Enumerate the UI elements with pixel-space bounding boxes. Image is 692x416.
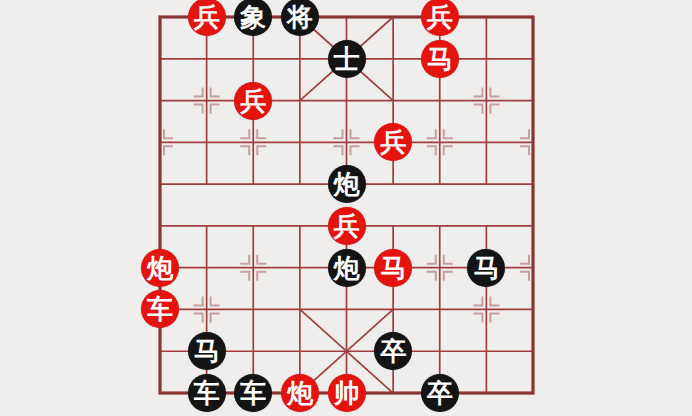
- piece-black-soldier[interactable]: 卒: [374, 332, 412, 370]
- piece-black-cannon[interactable]: 炮: [328, 165, 366, 203]
- piece-red-soldier[interactable]: 兵: [188, 0, 226, 36]
- piece-black-general[interactable]: 将: [281, 0, 319, 36]
- piece-red-chariot[interactable]: 车: [141, 290, 179, 328]
- piece-red-soldier[interactable]: 兵: [234, 82, 272, 120]
- piece-red-cannon[interactable]: 炮: [141, 249, 179, 287]
- piece-black-horse[interactable]: 马: [188, 332, 226, 370]
- piece-red-horse[interactable]: 马: [374, 249, 412, 287]
- xiangqi-board[interactable]: 兵兵象将士马兵兵炮兵炮炮马马车马卒车车炮帅卒: [0, 0, 692, 416]
- piece-black-horse[interactable]: 马: [467, 249, 505, 287]
- piece-black-cannon[interactable]: 炮: [328, 249, 366, 287]
- piece-red-soldier[interactable]: 兵: [328, 207, 366, 245]
- piece-red-soldier[interactable]: 兵: [421, 0, 459, 36]
- piece-red-horse[interactable]: 马: [421, 40, 459, 78]
- board-grid: 兵兵象将士马兵兵炮兵炮炮马马车马卒车车炮帅卒: [137, 0, 557, 414]
- piece-red-general[interactable]: 帅: [328, 374, 366, 412]
- piece-red-soldier[interactable]: 兵: [374, 123, 412, 161]
- piece-black-advisor[interactable]: 士: [328, 40, 366, 78]
- piece-black-chariot[interactable]: 车: [234, 374, 272, 412]
- piece-black-elephant[interactable]: 象: [234, 0, 272, 36]
- piece-black-soldier[interactable]: 卒: [421, 374, 459, 412]
- piece-black-chariot[interactable]: 车: [188, 374, 226, 412]
- piece-red-cannon[interactable]: 炮: [281, 374, 319, 412]
